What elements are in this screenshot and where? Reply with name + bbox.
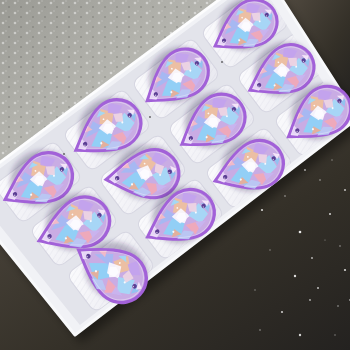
glitter-speck [337, 305, 339, 307]
glitter-speck [289, 159, 290, 160]
glitter-speck [299, 334, 301, 336]
glitter-speck [311, 257, 313, 259]
glitter-speck [309, 299, 311, 301]
glitter-speck [344, 269, 346, 271]
glitter-speck [261, 209, 263, 211]
glitter-speck [304, 169, 306, 171]
glitter-speck [329, 213, 331, 215]
glitter-speck [281, 311, 283, 313]
photo-canvas [0, 0, 350, 350]
glitter-speck [324, 239, 325, 240]
glitter-speck [317, 287, 319, 289]
glitter-speck [339, 245, 341, 247]
glitter-speck [331, 159, 332, 160]
glitter-speck [319, 179, 321, 181]
dust-speck [221, 61, 223, 63]
dust-speck [63, 153, 65, 155]
glitter-speck [284, 195, 286, 197]
glitter-speck [269, 249, 270, 250]
glitter-speck [344, 189, 346, 191]
glitter-speck [254, 289, 255, 290]
rhinestone-tray-photo [0, 0, 350, 350]
glitter-speck [294, 275, 296, 277]
glitter-speck [299, 231, 302, 234]
glitter-speck [259, 329, 261, 331]
glitter-speck [334, 334, 335, 335]
dust-speck [149, 116, 151, 118]
